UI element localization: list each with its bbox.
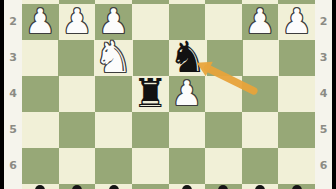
black-piece-top-a7 (292, 185, 302, 189)
black-piece-top-f7 (109, 185, 119, 189)
square-c7[interactable] (205, 184, 242, 189)
square-c5[interactable] (205, 112, 242, 148)
square-b5[interactable] (242, 112, 279, 148)
square-d2[interactable] (169, 4, 206, 40)
black-piece-top-g7 (72, 185, 82, 189)
white-pawn-d4: ♟ (172, 76, 202, 110)
square-f3[interactable]: ♞ (94, 40, 133, 76)
square-d4[interactable]: ♟ (169, 76, 206, 112)
square-g5[interactable] (59, 112, 96, 148)
rank-labels-right-gutter: 23456 (315, 0, 332, 189)
square-h3[interactable] (22, 40, 58, 76)
black-piece-top-h7 (35, 185, 45, 189)
white-pawn-h2: ♟ (25, 4, 55, 38)
square-g7[interactable] (59, 184, 96, 189)
rank-label-left-6: 6 (4, 148, 22, 184)
rank-label-right-3: 3 (315, 40, 332, 76)
black-piece-top-b7 (255, 185, 265, 189)
square-g2[interactable]: ♟ (59, 4, 96, 40)
white-pawn-a2: ♟ (281, 4, 311, 38)
square-h7[interactable] (22, 184, 59, 189)
rank-label-left-2: 2 (4, 4, 22, 40)
square-h6[interactable] (22, 148, 59, 184)
square-e5[interactable] (132, 112, 169, 148)
black-knight-d3: ♞ (169, 36, 208, 79)
square-h4[interactable] (22, 76, 59, 112)
rank-label-right-6: 6 (315, 148, 332, 184)
black-piece-top-c7 (218, 185, 228, 189)
square-c2[interactable] (205, 4, 242, 40)
square-e6[interactable] (132, 148, 169, 184)
square-b2[interactable]: ♟ (242, 4, 279, 40)
rank-label-right-2: 2 (315, 4, 332, 40)
rank-label-left-3: 3 (4, 40, 22, 76)
chess-board-screenshot: 23456 ♟♟♟♟♟♞♞♜♟ 23456 (0, 0, 336, 189)
square-b3[interactable] (243, 40, 279, 76)
white-knight-f3: ♞ (94, 36, 133, 79)
square-c3[interactable] (207, 40, 243, 76)
rank-label-right-5: 5 (315, 112, 332, 148)
square-e3[interactable] (133, 40, 169, 76)
square-d7[interactable] (169, 184, 206, 189)
square-g6[interactable] (59, 148, 96, 184)
square-a7[interactable] (278, 184, 315, 189)
square-f2[interactable]: ♟ (95, 4, 132, 40)
square-f6[interactable] (95, 148, 132, 184)
square-b6[interactable] (242, 148, 279, 184)
rank-label-left-4: 4 (4, 76, 22, 112)
square-f7[interactable] (95, 184, 132, 189)
square-d6[interactable] (169, 148, 206, 184)
square-h5[interactable] (22, 112, 59, 148)
square-b7[interactable] (242, 184, 279, 189)
rank-label-left-5: 5 (4, 112, 22, 148)
white-pawn-b2: ♟ (245, 4, 275, 38)
square-d3[interactable]: ♞ (169, 40, 208, 76)
square-c4[interactable] (205, 76, 242, 112)
square-d5[interactable] (169, 112, 206, 148)
chess-board[interactable]: ♟♟♟♟♟♞♞♜♟ (22, 0, 315, 189)
square-a2[interactable]: ♟ (278, 4, 315, 40)
square-a3[interactable] (279, 40, 315, 76)
square-h2[interactable]: ♟ (22, 4, 59, 40)
square-a5[interactable] (278, 112, 315, 148)
square-a6[interactable] (278, 148, 315, 184)
square-e2[interactable] (132, 4, 169, 40)
rank-labels-left-gutter: 23456 (4, 0, 22, 189)
square-c6[interactable] (205, 148, 242, 184)
square-e4[interactable]: ♜ (132, 76, 169, 112)
black-piece-top-d7 (182, 185, 192, 189)
square-b4[interactable] (242, 76, 279, 112)
square-g3[interactable] (58, 40, 94, 76)
square-f4[interactable] (95, 76, 132, 112)
square-g4[interactable] (59, 76, 96, 112)
white-pawn-f2: ♟ (98, 4, 128, 38)
white-pawn-g2: ♟ (62, 4, 92, 38)
rank-label-right-4: 4 (315, 76, 332, 112)
black-rook-e4: ♜ (132, 73, 168, 113)
square-f5[interactable] (95, 112, 132, 148)
square-a4[interactable] (278, 76, 315, 112)
square-e7[interactable] (132, 184, 169, 189)
